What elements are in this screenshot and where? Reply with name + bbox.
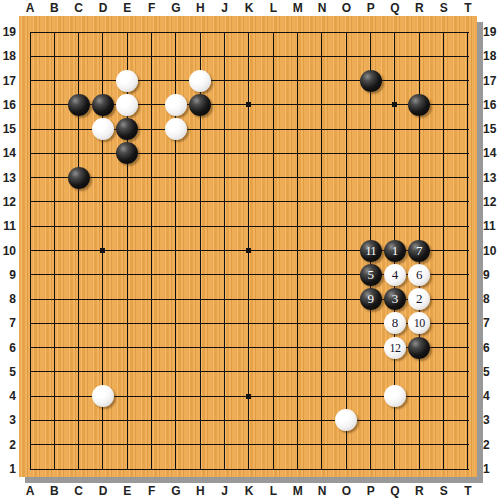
column-label-top: S	[434, 1, 454, 15]
column-label-bottom: L	[263, 484, 283, 498]
move-number: 2	[416, 288, 423, 310]
white-stone[interactable]	[384, 385, 406, 407]
row-label-right: 18	[483, 49, 500, 63]
column-label-bottom: D	[93, 484, 113, 498]
row-label-left: 2	[0, 438, 16, 452]
column-label-top: D	[93, 1, 113, 15]
row-label-left: 16	[0, 98, 16, 112]
column-label-bottom: T	[458, 484, 478, 498]
move-number: 7	[416, 240, 423, 262]
column-label-top: H	[190, 1, 210, 15]
star-point	[246, 248, 251, 253]
white-stone[interactable]	[116, 94, 138, 116]
grid-line-horizontal	[30, 371, 469, 372]
black-stone[interactable]: 3	[384, 288, 406, 310]
column-label-top: Q	[385, 1, 405, 15]
column-label-top: J	[215, 1, 235, 15]
row-label-right: 9	[483, 268, 500, 282]
row-label-left: 4	[0, 389, 16, 403]
row-label-left: 3	[0, 413, 16, 427]
row-label-right: 17	[483, 74, 500, 88]
row-label-left: 13	[0, 171, 16, 185]
white-stone[interactable]	[92, 118, 114, 140]
row-label-right: 1	[483, 462, 500, 476]
black-stone[interactable]	[68, 167, 90, 189]
row-label-right: 16	[483, 98, 500, 112]
row-label-left: 15	[0, 122, 16, 136]
column-label-bottom: Q	[385, 484, 405, 498]
row-label-right: 3	[483, 413, 500, 427]
black-stone[interactable]: 11	[360, 240, 382, 262]
row-label-left: 17	[0, 74, 16, 88]
grid-line-horizontal	[30, 444, 469, 445]
move-number: 8	[392, 312, 399, 334]
column-label-top: C	[69, 1, 89, 15]
row-label-right: 6	[483, 341, 500, 355]
column-label-top: T	[458, 1, 478, 15]
move-number: 12	[389, 337, 400, 359]
white-stone[interactable]	[165, 94, 187, 116]
column-label-top: O	[336, 1, 356, 15]
column-label-bottom: B	[44, 484, 64, 498]
black-stone[interactable]: 1	[384, 240, 406, 262]
column-label-top: M	[288, 1, 308, 15]
column-label-bottom: C	[69, 484, 89, 498]
column-label-bottom: N	[312, 484, 332, 498]
move-number: 6	[416, 264, 423, 286]
star-point	[246, 394, 251, 399]
go-diagram: AABBCCDDEEFFGGHHJJKKLLMMNNOOPPQQRRSSTT19…	[0, 0, 500, 500]
column-label-top: E	[117, 1, 137, 15]
row-label-left: 9	[0, 268, 16, 282]
column-label-bottom: H	[190, 484, 210, 498]
column-label-bottom: K	[239, 484, 259, 498]
grid-line-horizontal	[30, 420, 469, 421]
star-point	[392, 102, 397, 107]
column-label-top: A	[20, 1, 40, 15]
column-label-bottom: O	[336, 484, 356, 498]
black-stone[interactable]: 9	[360, 288, 382, 310]
row-label-left: 1	[0, 462, 16, 476]
move-number: 1	[392, 240, 399, 262]
row-label-right: 10	[483, 244, 500, 258]
black-stone[interactable]	[68, 94, 90, 116]
grid-line-vertical	[443, 32, 444, 470]
white-stone[interactable]: 4	[384, 264, 406, 286]
grid-line-vertical	[273, 32, 274, 470]
row-label-right: 12	[483, 195, 500, 209]
move-number: 5	[367, 264, 374, 286]
white-stone[interactable]	[165, 118, 187, 140]
column-label-bottom: S	[434, 484, 454, 498]
grid-line-vertical	[346, 32, 347, 470]
white-stone[interactable]	[92, 385, 114, 407]
column-label-top: G	[166, 1, 186, 15]
column-label-bottom: E	[117, 484, 137, 498]
column-label-top: N	[312, 1, 332, 15]
white-stone[interactable]: 6	[408, 264, 430, 286]
column-label-top: K	[239, 1, 259, 15]
white-stone[interactable]	[189, 70, 211, 92]
column-label-top: P	[361, 1, 381, 15]
row-label-left: 18	[0, 49, 16, 63]
row-label-left: 12	[0, 195, 16, 209]
row-label-left: 7	[0, 316, 16, 330]
white-stone[interactable]	[116, 70, 138, 92]
grid-line-vertical	[321, 32, 322, 470]
star-point	[246, 102, 251, 107]
row-label-right: 5	[483, 365, 500, 379]
black-stone[interactable]: 7	[408, 240, 430, 262]
row-label-right: 7	[483, 316, 500, 330]
row-label-right: 19	[483, 25, 500, 39]
white-stone[interactable]: 12	[384, 337, 406, 359]
row-label-right: 13	[483, 171, 500, 185]
column-label-bottom: R	[409, 484, 429, 498]
black-stone[interactable]: 5	[360, 264, 382, 286]
move-number: 9	[367, 288, 374, 310]
column-label-top: R	[409, 1, 429, 15]
row-label-right: 14	[483, 146, 500, 160]
grid-line-vertical	[297, 32, 298, 470]
row-label-left: 11	[0, 219, 16, 233]
move-number: 4	[392, 264, 399, 286]
grid-line-vertical	[467, 32, 468, 470]
black-stone[interactable]	[408, 337, 430, 359]
row-label-left: 5	[0, 365, 16, 379]
move-number: 11	[365, 240, 376, 262]
move-number: 3	[392, 288, 399, 310]
column-label-bottom: P	[361, 484, 381, 498]
column-label-bottom: M	[288, 484, 308, 498]
row-label-left: 8	[0, 292, 16, 306]
column-label-bottom: F	[142, 484, 162, 498]
row-label-left: 19	[0, 25, 16, 39]
black-stone[interactable]	[408, 94, 430, 116]
row-label-right: 8	[483, 292, 500, 306]
row-label-right: 11	[483, 219, 500, 233]
black-stone[interactable]	[360, 70, 382, 92]
column-label-bottom: A	[20, 484, 40, 498]
column-label-top: L	[263, 1, 283, 15]
black-stone[interactable]	[92, 94, 114, 116]
row-label-left: 14	[0, 146, 16, 160]
row-label-left: 6	[0, 341, 16, 355]
star-point	[100, 248, 105, 253]
move-number: 10	[414, 312, 425, 334]
row-label-right: 4	[483, 389, 500, 403]
row-label-left: 10	[0, 244, 16, 258]
grid-line-horizontal	[30, 469, 469, 470]
column-label-bottom: J	[215, 484, 235, 498]
row-label-right: 15	[483, 122, 500, 136]
black-stone[interactable]	[189, 94, 211, 116]
column-label-bottom: G	[166, 484, 186, 498]
column-label-top: B	[44, 1, 64, 15]
column-label-top: F	[142, 1, 162, 15]
row-label-right: 2	[483, 438, 500, 452]
